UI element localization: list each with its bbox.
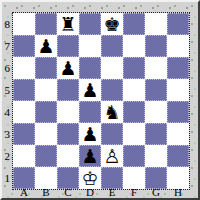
square-h4[interactable] [167,101,189,123]
square-c8[interactable]: ♜ [57,13,79,35]
square-a4[interactable] [13,101,35,123]
square-a8[interactable] [13,13,35,35]
square-e4[interactable]: ♞ [101,101,123,123]
rank-label-6: 6 [0,57,12,79]
square-f2[interactable] [123,145,145,167]
square-b8[interactable] [35,13,57,35]
square-g8[interactable] [145,13,167,35]
square-e7[interactable] [101,35,123,57]
square-f5[interactable] [123,79,145,101]
square-c4[interactable] [57,101,79,123]
chess-board[interactable]: ♜♚♟♟♟♞♟♟♙♔ [13,13,189,189]
rank-label-5: 5 [0,79,12,101]
black-pawn[interactable]: ♟ [81,146,98,167]
square-e5[interactable] [101,79,123,101]
square-a5[interactable] [13,79,35,101]
square-d3[interactable]: ♟ [79,123,101,145]
square-f6[interactable] [123,57,145,79]
square-g2[interactable] [145,145,167,167]
square-d5[interactable]: ♟ [79,79,101,101]
square-e8[interactable]: ♚ [101,13,123,35]
rank-label-3: 3 [0,123,12,145]
file-label-F: F [123,187,145,199]
file-label-E: E [101,187,123,199]
rank-labels: 87654321 [0,13,12,189]
square-h2[interactable] [167,145,189,167]
black-pawn[interactable]: ♟ [59,58,76,79]
black-rook[interactable]: ♜ [59,14,76,35]
square-g5[interactable] [145,79,167,101]
square-b5[interactable] [35,79,57,101]
square-h8[interactable] [167,13,189,35]
square-c6[interactable]: ♟ [57,57,79,79]
file-label-D: D [79,187,101,199]
square-f3[interactable] [123,123,145,145]
square-b3[interactable] [35,123,57,145]
rank-label-4: 4 [0,101,12,123]
square-f8[interactable] [123,13,145,35]
square-g3[interactable] [145,123,167,145]
black-pawn[interactable]: ♟ [81,80,98,101]
square-h7[interactable] [167,35,189,57]
square-g4[interactable] [145,101,167,123]
square-a3[interactable] [13,123,35,145]
square-h5[interactable] [167,79,189,101]
file-label-C: C [57,187,79,199]
rank-label-7: 7 [0,35,12,57]
square-e2[interactable]: ♙ [101,145,123,167]
square-d6[interactable] [79,57,101,79]
white-pawn[interactable]: ♙ [103,146,120,167]
square-h6[interactable] [167,57,189,79]
square-c2[interactable] [57,145,79,167]
square-f4[interactable] [123,101,145,123]
square-b7[interactable]: ♟ [35,35,57,57]
black-pawn[interactable]: ♟ [81,124,98,145]
file-label-A: A [13,187,35,199]
square-e3[interactable] [101,123,123,145]
rank-label-8: 8 [0,13,12,35]
square-a6[interactable] [13,57,35,79]
square-a2[interactable] [13,145,35,167]
square-c3[interactable] [57,123,79,145]
rank-label-1: 1 [0,167,12,189]
black-pawn[interactable]: ♟ [37,36,54,57]
file-label-H: H [167,187,189,199]
square-e6[interactable] [101,57,123,79]
square-d4[interactable] [79,101,101,123]
square-h3[interactable] [167,123,189,145]
file-label-G: G [145,187,167,199]
square-b4[interactable] [35,101,57,123]
square-b2[interactable] [35,145,57,167]
square-d2[interactable]: ♟ [79,145,101,167]
rank-label-2: 2 [0,145,12,167]
square-c5[interactable] [57,79,79,101]
square-a7[interactable] [13,35,35,57]
square-b6[interactable] [35,57,57,79]
square-c7[interactable] [57,35,79,57]
file-labels: ABCDEFGH [13,187,189,199]
square-f7[interactable] [123,35,145,57]
black-king[interactable]: ♚ [103,14,120,35]
square-d7[interactable] [79,35,101,57]
file-label-B: B [35,187,57,199]
chess-diagram: 87654321 ♜♚♟♟♟♞♟♟♙♔ ABCDEFGH [0,0,200,200]
square-g6[interactable] [145,57,167,79]
black-knight[interactable]: ♞ [103,102,120,123]
square-d8[interactable] [79,13,101,35]
square-g7[interactable] [145,35,167,57]
